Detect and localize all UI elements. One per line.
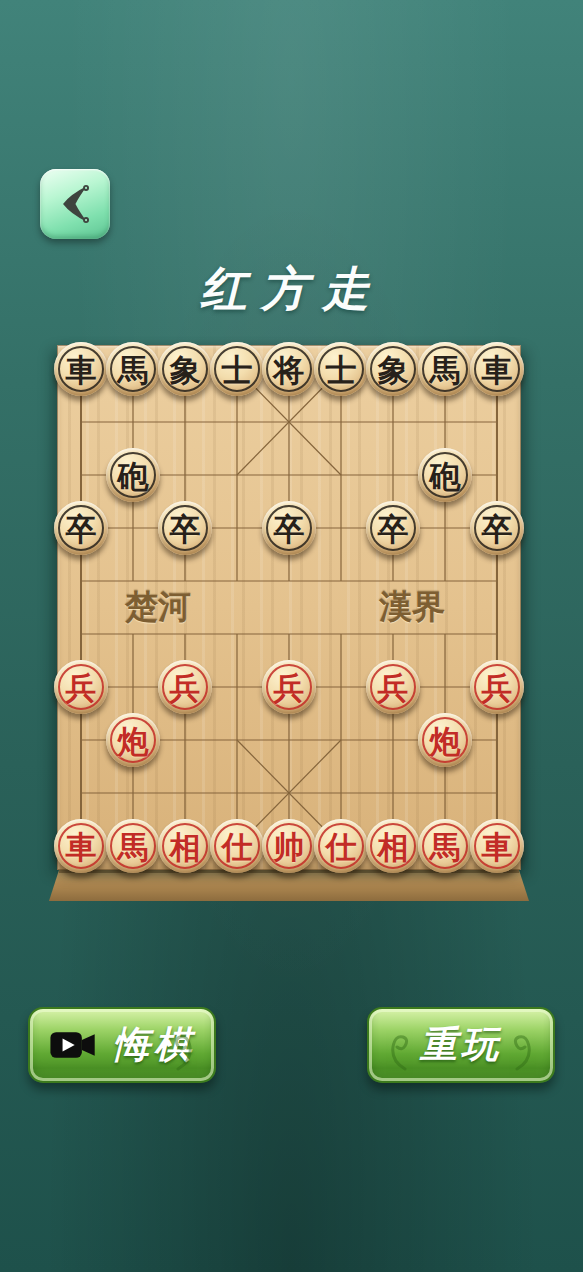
piece-glyph: 仕 [222,832,253,863]
piece-glyph: 象 [170,355,201,386]
piece-glyph: 仕 [326,832,357,863]
piece-red-cannon[interactable]: 炮 [106,713,160,767]
xiangqi-board: 楚河 漢界 車馬象士将士象馬車砲砲卒卒卒卒卒兵兵兵兵兵炮炮車馬相仕帅仕相馬車 [57,345,521,903]
turn-indicator: 红方走 [0,258,583,321]
piece-red-soldier[interactable]: 兵 [262,660,316,714]
piece-glyph: 車 [482,832,513,863]
piece-layer: 車馬象士将士象馬車砲砲卒卒卒卒卒兵兵兵兵兵炮炮車馬相仕帅仕相馬車 [55,343,523,873]
piece-red-soldier[interactable]: 兵 [158,660,212,714]
piece-glyph: 相 [170,832,201,863]
piece-black-cannon[interactable]: 砲 [418,448,472,502]
piece-black-soldier[interactable]: 卒 [54,501,108,555]
piece-glyph: 馬 [118,355,149,386]
board-base [49,870,529,901]
piece-glyph: 兵 [482,673,513,704]
piece-glyph: 車 [482,355,513,386]
piece-glyph: 象 [378,355,409,386]
piece-black-elephant[interactable]: 象 [158,342,212,396]
piece-glyph: 卒 [170,514,201,545]
piece-red-horse[interactable]: 馬 [106,819,160,873]
piece-red-chariot[interactable]: 車 [54,819,108,873]
replay-button[interactable]: 重玩 [367,1007,555,1083]
piece-glyph: 車 [66,832,97,863]
piece-glyph: 馬 [430,832,461,863]
piece-red-horse[interactable]: 馬 [418,819,472,873]
back-button[interactable] [40,169,110,239]
piece-glyph: 炮 [430,726,461,757]
piece-glyph: 兵 [170,673,201,704]
piece-black-horse[interactable]: 馬 [418,342,472,396]
piece-black-elephant[interactable]: 象 [366,342,420,396]
piece-black-horse[interactable]: 馬 [106,342,160,396]
piece-red-cannon[interactable]: 炮 [418,713,472,767]
piece-glyph: 車 [66,355,97,386]
piece-red-chariot[interactable]: 車 [470,819,524,873]
piece-glyph: 卒 [482,514,513,545]
piece-glyph: 炮 [118,726,149,757]
piece-black-chariot[interactable]: 車 [54,342,108,396]
piece-red-soldier[interactable]: 兵 [470,660,524,714]
piece-glyph: 士 [222,355,253,386]
game-screen: 红方走 楚河 漢界 車馬象士将士象馬車砲砲卒卒卒卒卒兵兵兵兵兵炮炮車馬相仕帅仕相… [0,0,583,1272]
piece-red-general[interactable]: 帅 [262,819,316,873]
piece-glyph: 帅 [274,832,305,863]
piece-red-advisor[interactable]: 仕 [314,819,368,873]
undo-button[interactable]: 悔棋 [28,1007,216,1083]
piece-red-elephant[interactable]: 相 [366,819,420,873]
piece-black-advisor[interactable]: 士 [210,342,264,396]
piece-black-soldier[interactable]: 卒 [158,501,212,555]
piece-glyph: 卒 [378,514,409,545]
piece-glyph: 卒 [66,514,97,545]
piece-red-elephant[interactable]: 相 [158,819,212,873]
piece-glyph: 相 [378,832,409,863]
piece-glyph: 兵 [66,673,97,704]
piece-black-soldier[interactable]: 卒 [262,501,316,555]
piece-black-advisor[interactable]: 士 [314,342,368,396]
piece-red-advisor[interactable]: 仕 [210,819,264,873]
piece-black-soldier[interactable]: 卒 [470,501,524,555]
piece-glyph: 馬 [430,355,461,386]
flourish-icon [511,1025,545,1071]
piece-black-general[interactable]: 将 [262,342,316,396]
piece-black-soldier[interactable]: 卒 [366,501,420,555]
board-surface: 楚河 漢界 車馬象士将士象馬車砲砲卒卒卒卒卒兵兵兵兵兵炮炮車馬相仕帅仕相馬車 [57,345,521,870]
piece-glyph: 兵 [274,673,305,704]
piece-glyph: 兵 [378,673,409,704]
piece-glyph: 士 [326,355,357,386]
piece-black-cannon[interactable]: 砲 [106,448,160,502]
piece-glyph: 将 [274,355,305,386]
piece-glyph: 馬 [118,832,149,863]
piece-black-chariot[interactable]: 車 [470,342,524,396]
flourish-icon [377,1025,411,1071]
piece-glyph: 砲 [118,461,149,492]
replay-label: 重玩 [420,1020,502,1070]
piece-red-soldier[interactable]: 兵 [366,660,420,714]
video-camera-icon [49,1026,99,1064]
piece-glyph: 砲 [430,461,461,492]
back-arrow-icon [52,178,98,230]
piece-red-soldier[interactable]: 兵 [54,660,108,714]
piece-glyph: 卒 [274,514,305,545]
undo-label: 悔棋 [113,1020,195,1070]
